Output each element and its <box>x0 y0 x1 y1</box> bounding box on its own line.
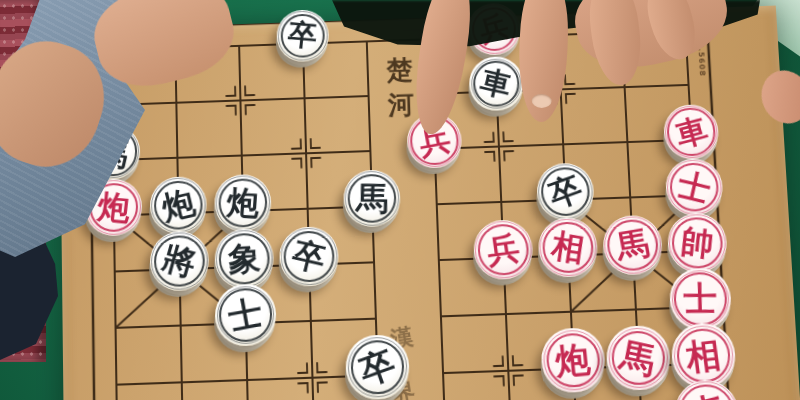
piece-black-chariot[interactable]: 車 <box>469 56 524 111</box>
piece-red-horse[interactable]: 馬 <box>606 325 672 390</box>
piece-red-horse[interactable]: 馬 <box>602 215 664 276</box>
river-inscription-char: 楚 <box>386 57 413 84</box>
piece-black-soldier[interactable]: 卒 <box>279 226 339 287</box>
piece-red-general[interactable]: 帥 <box>666 212 728 273</box>
piece-character: 卒 <box>275 8 331 63</box>
piece-character: 炮 <box>539 326 607 395</box>
piece-character: 士 <box>210 279 281 351</box>
piece-red-chariot[interactable]: 車 <box>662 103 720 160</box>
fingernail <box>531 94 551 109</box>
piece-black-advisor[interactable]: 士 <box>215 283 277 346</box>
piece-black-soldier[interactable]: 卒 <box>276 9 329 62</box>
piece-red-elephant[interactable]: 相 <box>537 217 598 278</box>
piece-character: 兵 <box>470 216 537 283</box>
piece-red-cannon[interactable]: 炮 <box>541 328 606 393</box>
piece-red-advisor[interactable]: 士 <box>664 158 724 217</box>
piece-black-soldier[interactable]: 卒 <box>345 334 409 400</box>
piece-black-horse[interactable]: 馬 <box>343 169 402 228</box>
piece-character: 馬 <box>343 169 401 227</box>
piece-character: 炮 <box>213 173 273 233</box>
photo-frame: NO.5608 卒兵車馬兵車炮炮炮馬卒士將象卒兵相馬帥士士卒炮馬相車 楚河漢界 <box>0 0 800 400</box>
piece-black-cannon[interactable]: 炮 <box>214 173 272 232</box>
piece-black-general[interactable]: 將 <box>150 230 210 291</box>
piece-character: 馬 <box>602 320 675 395</box>
river-inscription-char: 河 <box>387 91 414 118</box>
piece-character: 馬 <box>598 211 667 279</box>
piece-red-soldier[interactable]: 兵 <box>473 219 534 280</box>
piece-character: 帥 <box>665 210 729 276</box>
piece-character: 相 <box>535 214 602 282</box>
piece-black-soldier[interactable]: 卒 <box>536 162 595 221</box>
